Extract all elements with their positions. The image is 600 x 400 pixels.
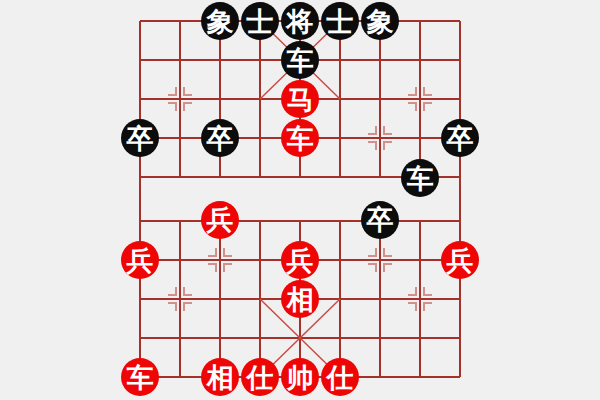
red-soldier-a7[interactable]: 兵 [121, 241, 159, 279]
red-advisor-d10[interactable]: 仕 [241, 358, 279, 396]
black-elephant-c1[interactable]: 象 [201, 2, 239, 40]
red-elephant-e8[interactable]: 相 [281, 280, 319, 318]
black-general-e1[interactable]: 将 [281, 2, 319, 40]
black-advisor-f1[interactable]: 士 [321, 2, 359, 40]
black-soldier-g6[interactable]: 卒 [361, 201, 399, 239]
black-chariot-h5[interactable]: 车 [401, 159, 439, 197]
red-advisor-f10[interactable]: 仕 [321, 358, 359, 396]
black-soldier-c4[interactable]: 卒 [201, 119, 239, 157]
red-horse-e3[interactable]: 马 [281, 80, 319, 118]
red-elephant-c10[interactable]: 相 [201, 358, 239, 396]
red-chariot-a10[interactable]: 车 [121, 358, 159, 396]
pieces-layer: 象士将士象车马卒卒车卒车兵卒兵兵兵相车相仕帅仕 [120, 2, 480, 397]
black-chariot-e2[interactable]: 车 [281, 41, 319, 79]
red-soldier-c6[interactable]: 兵 [201, 201, 239, 239]
xiangqi-board: 象士将士象车马卒卒车卒车兵卒兵兵兵相车相仕帅仕 [0, 0, 600, 400]
black-soldier-i4[interactable]: 卒 [441, 119, 479, 157]
red-soldier-i7[interactable]: 兵 [441, 241, 479, 279]
black-advisor-d1[interactable]: 士 [241, 2, 279, 40]
red-chariot-e4[interactable]: 车 [281, 119, 319, 157]
red-soldier-e7[interactable]: 兵 [281, 241, 319, 279]
black-soldier-a4[interactable]: 卒 [121, 119, 159, 157]
red-general-e10[interactable]: 帅 [281, 358, 319, 396]
black-elephant-g1[interactable]: 象 [361, 2, 399, 40]
